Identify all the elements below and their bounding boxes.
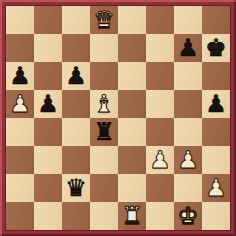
square-a7[interactable] <box>6 34 34 62</box>
square-f6[interactable] <box>146 62 174 90</box>
square-c2[interactable]: ♛ <box>62 174 90 202</box>
square-c4[interactable] <box>62 118 90 146</box>
board-frame: ♛♟♚♟♟♟♟♝♟♜♟♟♛♟♜♚ <box>0 0 236 236</box>
square-b8[interactable] <box>34 6 62 34</box>
white-pawn-a5: ♟ <box>9 90 31 118</box>
square-c1[interactable] <box>62 202 90 230</box>
square-g5[interactable] <box>174 90 202 118</box>
square-b2[interactable] <box>34 174 62 202</box>
square-b5[interactable]: ♟ <box>34 90 62 118</box>
square-g2[interactable] <box>174 174 202 202</box>
square-b4[interactable] <box>34 118 62 146</box>
square-b6[interactable] <box>34 62 62 90</box>
square-d5[interactable]: ♝ <box>90 90 118 118</box>
chess-board: ♛♟♚♟♟♟♟♝♟♜♟♟♛♟♜♚ <box>6 6 230 230</box>
square-c7[interactable] <box>62 34 90 62</box>
square-e2[interactable] <box>118 174 146 202</box>
square-g6[interactable] <box>174 62 202 90</box>
square-b3[interactable] <box>34 146 62 174</box>
square-h3[interactable] <box>202 146 230 174</box>
square-h1[interactable] <box>202 202 230 230</box>
square-b1[interactable] <box>34 202 62 230</box>
square-f3[interactable]: ♟ <box>146 146 174 174</box>
square-f8[interactable] <box>146 6 174 34</box>
black-pawn-c6: ♟ <box>65 62 87 90</box>
white-queen-d8: ♛ <box>93 6 115 34</box>
square-f5[interactable] <box>146 90 174 118</box>
square-c5[interactable] <box>62 90 90 118</box>
white-pawn-f3: ♟ <box>149 146 171 174</box>
square-e4[interactable] <box>118 118 146 146</box>
square-g1[interactable]: ♚ <box>174 202 202 230</box>
square-a2[interactable] <box>6 174 34 202</box>
black-pawn-h5: ♟ <box>205 90 227 118</box>
white-king-g1: ♚ <box>177 202 199 230</box>
square-f1[interactable] <box>146 202 174 230</box>
square-d4[interactable]: ♜ <box>90 118 118 146</box>
square-c6[interactable]: ♟ <box>62 62 90 90</box>
square-d1[interactable] <box>90 202 118 230</box>
square-g3[interactable]: ♟ <box>174 146 202 174</box>
square-h4[interactable] <box>202 118 230 146</box>
square-d8[interactable]: ♛ <box>90 6 118 34</box>
black-king-h7: ♚ <box>205 34 227 62</box>
square-d6[interactable] <box>90 62 118 90</box>
black-pawn-b5: ♟ <box>37 90 59 118</box>
square-f7[interactable] <box>146 34 174 62</box>
square-d7[interactable] <box>90 34 118 62</box>
square-e7[interactable] <box>118 34 146 62</box>
square-e5[interactable] <box>118 90 146 118</box>
square-a1[interactable] <box>6 202 34 230</box>
square-c3[interactable] <box>62 146 90 174</box>
square-h5[interactable]: ♟ <box>202 90 230 118</box>
square-g7[interactable]: ♟ <box>174 34 202 62</box>
square-e8[interactable] <box>118 6 146 34</box>
square-h8[interactable] <box>202 6 230 34</box>
black-pawn-a6: ♟ <box>9 62 31 90</box>
square-e6[interactable] <box>118 62 146 90</box>
square-h6[interactable] <box>202 62 230 90</box>
black-queen-c2: ♛ <box>65 174 87 202</box>
square-h2[interactable]: ♟ <box>202 174 230 202</box>
black-pawn-g7: ♟ <box>177 34 199 62</box>
white-rook-e1: ♜ <box>121 202 143 230</box>
square-c8[interactable] <box>62 6 90 34</box>
square-g4[interactable] <box>174 118 202 146</box>
square-a6[interactable]: ♟ <box>6 62 34 90</box>
square-h7[interactable]: ♚ <box>202 34 230 62</box>
square-f4[interactable] <box>146 118 174 146</box>
square-f2[interactable] <box>146 174 174 202</box>
black-rook-d4: ♜ <box>93 118 115 146</box>
white-pawn-g3: ♟ <box>177 146 199 174</box>
square-a3[interactable] <box>6 146 34 174</box>
white-pawn-h2: ♟ <box>205 174 227 202</box>
square-e3[interactable] <box>118 146 146 174</box>
square-a4[interactable] <box>6 118 34 146</box>
square-g8[interactable] <box>174 6 202 34</box>
square-a5[interactable]: ♟ <box>6 90 34 118</box>
square-d2[interactable] <box>90 174 118 202</box>
square-b7[interactable] <box>34 34 62 62</box>
square-d3[interactable] <box>90 146 118 174</box>
square-e1[interactable]: ♜ <box>118 202 146 230</box>
square-a8[interactable] <box>6 6 34 34</box>
white-bishop-d5: ♝ <box>93 90 115 118</box>
